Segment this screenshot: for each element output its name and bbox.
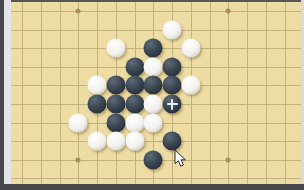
black-stone bbox=[125, 57, 144, 76]
black-stone bbox=[163, 57, 182, 76]
white-stone bbox=[69, 113, 88, 132]
gomoku-board[interactable] bbox=[0, 0, 304, 190]
black-stone bbox=[144, 76, 163, 95]
white-stone bbox=[181, 76, 200, 95]
window-left-border bbox=[4, 0, 11, 190]
black-stone bbox=[106, 113, 125, 132]
black-stone bbox=[163, 95, 182, 114]
white-stone bbox=[125, 113, 144, 132]
white-stone bbox=[88, 76, 107, 95]
white-stone bbox=[106, 132, 125, 151]
black-stone bbox=[125, 76, 144, 95]
black-stone bbox=[144, 150, 163, 169]
black-stone bbox=[88, 95, 107, 114]
black-stone bbox=[125, 95, 144, 114]
game-window bbox=[0, 0, 304, 190]
white-stone bbox=[88, 132, 107, 151]
white-stone bbox=[125, 132, 144, 151]
grid-hline bbox=[11, 141, 301, 142]
last-move-marker bbox=[167, 99, 178, 110]
window-right-border bbox=[301, 0, 304, 190]
black-stone bbox=[106, 95, 125, 114]
white-stone bbox=[144, 95, 163, 114]
star-point bbox=[76, 9, 81, 14]
star-point bbox=[226, 9, 231, 14]
star-point bbox=[76, 157, 81, 162]
marker-bar bbox=[171, 99, 174, 110]
window-top-edge bbox=[0, 0, 304, 2]
mouse-cursor-icon bbox=[174, 149, 187, 168]
grid-hline bbox=[11, 30, 301, 31]
black-stone bbox=[163, 76, 182, 95]
window-bottom-edge bbox=[0, 184, 304, 190]
white-stone bbox=[163, 20, 182, 39]
white-stone bbox=[181, 39, 200, 58]
black-stone bbox=[106, 76, 125, 95]
grid-hline bbox=[11, 178, 301, 179]
white-stone bbox=[106, 39, 125, 58]
star-point bbox=[226, 157, 231, 162]
grid-hline bbox=[11, 11, 301, 12]
black-stone bbox=[144, 39, 163, 58]
white-stone bbox=[144, 57, 163, 76]
white-stone bbox=[144, 113, 163, 132]
